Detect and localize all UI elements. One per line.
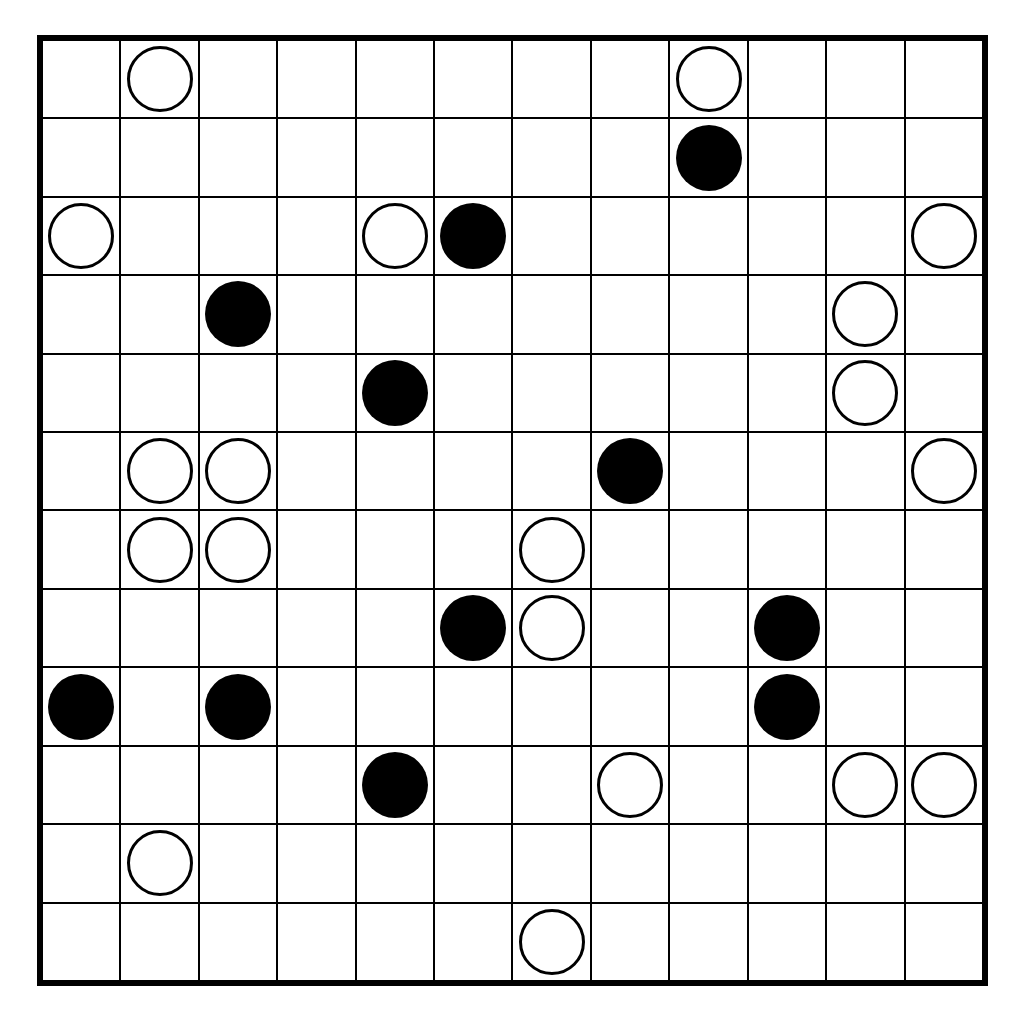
cell-r1c5[interactable] bbox=[357, 41, 433, 117]
cell-r2c2[interactable] bbox=[121, 119, 197, 195]
cell-r7c11[interactable] bbox=[827, 511, 903, 587]
cell-r8c10[interactable] bbox=[749, 590, 825, 666]
cell-r2c8[interactable] bbox=[592, 119, 668, 195]
white-circle bbox=[676, 46, 742, 112]
cell-r7c10[interactable] bbox=[749, 511, 825, 587]
cell-r8c12[interactable] bbox=[906, 590, 982, 666]
cell-r11c11[interactable] bbox=[827, 825, 903, 901]
white-circle bbox=[832, 360, 898, 426]
white-circle bbox=[832, 752, 898, 818]
cell-r3c11[interactable] bbox=[827, 198, 903, 274]
masyu-board bbox=[37, 35, 988, 986]
cell-r3c8[interactable] bbox=[592, 198, 668, 274]
cell-r2c3[interactable] bbox=[200, 119, 276, 195]
cell-r4c9[interactable] bbox=[670, 276, 746, 352]
white-circle bbox=[519, 909, 585, 975]
cell-r6c12[interactable] bbox=[906, 433, 982, 509]
white-circle bbox=[519, 595, 585, 661]
cell-r11c3[interactable] bbox=[200, 825, 276, 901]
cell-r4c4[interactable] bbox=[278, 276, 354, 352]
black-circle bbox=[597, 438, 663, 504]
cell-r10c12[interactable] bbox=[906, 747, 982, 823]
cell-r12c1[interactable] bbox=[43, 904, 119, 980]
cell-r8c5[interactable] bbox=[357, 590, 433, 666]
cell-r5c10[interactable] bbox=[749, 355, 825, 431]
cell-r7c7[interactable] bbox=[513, 511, 589, 587]
cell-r7c9[interactable] bbox=[670, 511, 746, 587]
cell-r10c11[interactable] bbox=[827, 747, 903, 823]
cell-r1c2[interactable] bbox=[121, 41, 197, 117]
cell-r1c6[interactable] bbox=[435, 41, 511, 117]
cell-r7c5[interactable] bbox=[357, 511, 433, 587]
cell-r5c4[interactable] bbox=[278, 355, 354, 431]
black-circle bbox=[205, 674, 271, 740]
cell-r3c4[interactable] bbox=[278, 198, 354, 274]
cell-r3c10[interactable] bbox=[749, 198, 825, 274]
white-circle bbox=[48, 203, 114, 269]
cell-r2c1[interactable] bbox=[43, 119, 119, 195]
cell-r10c3[interactable] bbox=[200, 747, 276, 823]
cell-r3c3[interactable] bbox=[200, 198, 276, 274]
cell-r1c10[interactable] bbox=[749, 41, 825, 117]
cell-r6c1[interactable] bbox=[43, 433, 119, 509]
cell-r7c2[interactable] bbox=[121, 511, 197, 587]
cell-r4c7[interactable] bbox=[513, 276, 589, 352]
cell-r2c7[interactable] bbox=[513, 119, 589, 195]
cell-r7c4[interactable] bbox=[278, 511, 354, 587]
cell-r7c6[interactable] bbox=[435, 511, 511, 587]
cell-r8c8[interactable] bbox=[592, 590, 668, 666]
black-circle bbox=[440, 203, 506, 269]
cell-r11c8[interactable] bbox=[592, 825, 668, 901]
cell-r12c7[interactable] bbox=[513, 904, 589, 980]
white-circle bbox=[597, 752, 663, 818]
cell-r2c9[interactable] bbox=[670, 119, 746, 195]
cell-r7c8[interactable] bbox=[592, 511, 668, 587]
cell-r9c6[interactable] bbox=[435, 668, 511, 744]
cell-r3c2[interactable] bbox=[121, 198, 197, 274]
cell-r8c7[interactable] bbox=[513, 590, 589, 666]
cell-r12c9[interactable] bbox=[670, 904, 746, 980]
cell-r4c10[interactable] bbox=[749, 276, 825, 352]
black-circle bbox=[362, 360, 428, 426]
cell-r10c4[interactable] bbox=[278, 747, 354, 823]
cell-r10c1[interactable] bbox=[43, 747, 119, 823]
cell-r4c8[interactable] bbox=[592, 276, 668, 352]
cell-r5c2[interactable] bbox=[121, 355, 197, 431]
cell-r11c1[interactable] bbox=[43, 825, 119, 901]
black-circle bbox=[205, 281, 271, 347]
cell-r4c5[interactable] bbox=[357, 276, 433, 352]
cell-r5c3[interactable] bbox=[200, 355, 276, 431]
cell-r8c11[interactable] bbox=[827, 590, 903, 666]
cell-r9c10[interactable] bbox=[749, 668, 825, 744]
cell-r12c2[interactable] bbox=[121, 904, 197, 980]
cell-r3c6[interactable] bbox=[435, 198, 511, 274]
cell-r12c8[interactable] bbox=[592, 904, 668, 980]
cell-r4c3[interactable] bbox=[200, 276, 276, 352]
cell-r1c7[interactable] bbox=[513, 41, 589, 117]
cell-r9c3[interactable] bbox=[200, 668, 276, 744]
cell-r2c4[interactable] bbox=[278, 119, 354, 195]
cell-r5c11[interactable] bbox=[827, 355, 903, 431]
cell-r9c2[interactable] bbox=[121, 668, 197, 744]
cell-r5c9[interactable] bbox=[670, 355, 746, 431]
white-circle bbox=[205, 438, 271, 504]
cell-r2c10[interactable] bbox=[749, 119, 825, 195]
cell-r5c6[interactable] bbox=[435, 355, 511, 431]
white-circle bbox=[519, 517, 585, 583]
cell-r6c8[interactable] bbox=[592, 433, 668, 509]
black-circle bbox=[48, 674, 114, 740]
cell-r6c3[interactable] bbox=[200, 433, 276, 509]
white-circle bbox=[205, 517, 271, 583]
cell-r11c4[interactable] bbox=[278, 825, 354, 901]
cell-r7c3[interactable] bbox=[200, 511, 276, 587]
cell-r8c3[interactable] bbox=[200, 590, 276, 666]
cell-r3c5[interactable] bbox=[357, 198, 433, 274]
cell-r6c4[interactable] bbox=[278, 433, 354, 509]
black-circle bbox=[440, 595, 506, 661]
cell-r5c8[interactable] bbox=[592, 355, 668, 431]
cell-r9c1[interactable] bbox=[43, 668, 119, 744]
cell-r10c5[interactable] bbox=[357, 747, 433, 823]
cell-r2c11[interactable] bbox=[827, 119, 903, 195]
cell-r5c7[interactable] bbox=[513, 355, 589, 431]
white-circle bbox=[362, 203, 428, 269]
cell-r4c11[interactable] bbox=[827, 276, 903, 352]
cell-r5c5[interactable] bbox=[357, 355, 433, 431]
cell-r8c4[interactable] bbox=[278, 590, 354, 666]
white-circle bbox=[127, 830, 193, 896]
cell-r9c9[interactable] bbox=[670, 668, 746, 744]
cell-r8c2[interactable] bbox=[121, 590, 197, 666]
cell-r3c12[interactable] bbox=[906, 198, 982, 274]
cell-r1c1[interactable] bbox=[43, 41, 119, 117]
cell-r9c11[interactable] bbox=[827, 668, 903, 744]
cell-r11c6[interactable] bbox=[435, 825, 511, 901]
cell-r11c10[interactable] bbox=[749, 825, 825, 901]
puzzle-page bbox=[0, 0, 1024, 1024]
cell-r6c2[interactable] bbox=[121, 433, 197, 509]
cell-r8c9[interactable] bbox=[670, 590, 746, 666]
white-circle bbox=[127, 517, 193, 583]
cell-r9c7[interactable] bbox=[513, 668, 589, 744]
cell-r2c6[interactable] bbox=[435, 119, 511, 195]
cell-r10c2[interactable] bbox=[121, 747, 197, 823]
cell-r11c12[interactable] bbox=[906, 825, 982, 901]
white-circle bbox=[832, 281, 898, 347]
cell-r6c5[interactable] bbox=[357, 433, 433, 509]
cell-r9c4[interactable] bbox=[278, 668, 354, 744]
cell-r10c8[interactable] bbox=[592, 747, 668, 823]
cell-r12c11[interactable] bbox=[827, 904, 903, 980]
black-circle bbox=[362, 752, 428, 818]
cell-r3c7[interactable] bbox=[513, 198, 589, 274]
cell-r1c3[interactable] bbox=[200, 41, 276, 117]
cell-r11c5[interactable] bbox=[357, 825, 433, 901]
cell-r3c9[interactable] bbox=[670, 198, 746, 274]
cell-r12c6[interactable] bbox=[435, 904, 511, 980]
cell-r10c6[interactable] bbox=[435, 747, 511, 823]
cell-r1c11[interactable] bbox=[827, 41, 903, 117]
cell-r1c8[interactable] bbox=[592, 41, 668, 117]
black-circle bbox=[754, 674, 820, 740]
cell-r6c7[interactable] bbox=[513, 433, 589, 509]
cell-r1c12[interactable] bbox=[906, 41, 982, 117]
cell-r9c8[interactable] bbox=[592, 668, 668, 744]
black-circle bbox=[676, 125, 742, 191]
cell-r12c5[interactable] bbox=[357, 904, 433, 980]
cell-r6c10[interactable] bbox=[749, 433, 825, 509]
cell-r4c6[interactable] bbox=[435, 276, 511, 352]
cell-r3c1[interactable] bbox=[43, 198, 119, 274]
cell-r6c9[interactable] bbox=[670, 433, 746, 509]
cell-r11c2[interactable] bbox=[121, 825, 197, 901]
cell-r10c10[interactable] bbox=[749, 747, 825, 823]
cell-r9c12[interactable] bbox=[906, 668, 982, 744]
cell-r4c12[interactable] bbox=[906, 276, 982, 352]
cell-r7c12[interactable] bbox=[906, 511, 982, 587]
cell-r12c3[interactable] bbox=[200, 904, 276, 980]
cell-r2c5[interactable] bbox=[357, 119, 433, 195]
cell-r7c1[interactable] bbox=[43, 511, 119, 587]
cell-r9c5[interactable] bbox=[357, 668, 433, 744]
cell-r4c2[interactable] bbox=[121, 276, 197, 352]
cell-r5c12[interactable] bbox=[906, 355, 982, 431]
cell-r2c12[interactable] bbox=[906, 119, 982, 195]
cell-r6c11[interactable] bbox=[827, 433, 903, 509]
black-circle bbox=[754, 595, 820, 661]
cell-r12c12[interactable] bbox=[906, 904, 982, 980]
cell-r1c4[interactable] bbox=[278, 41, 354, 117]
white-circle bbox=[127, 46, 193, 112]
cell-r11c7[interactable] bbox=[513, 825, 589, 901]
cell-r12c4[interactable] bbox=[278, 904, 354, 980]
cell-r6c6[interactable] bbox=[435, 433, 511, 509]
cell-r4c1[interactable] bbox=[43, 276, 119, 352]
white-circle bbox=[911, 752, 977, 818]
white-circle bbox=[911, 203, 977, 269]
cell-r8c1[interactable] bbox=[43, 590, 119, 666]
white-circle bbox=[127, 438, 193, 504]
cell-r1c9[interactable] bbox=[670, 41, 746, 117]
cell-r10c7[interactable] bbox=[513, 747, 589, 823]
white-circle bbox=[911, 438, 977, 504]
cell-r10c9[interactable] bbox=[670, 747, 746, 823]
cell-r12c10[interactable] bbox=[749, 904, 825, 980]
cell-r11c9[interactable] bbox=[670, 825, 746, 901]
cell-r5c1[interactable] bbox=[43, 355, 119, 431]
cell-r8c6[interactable] bbox=[435, 590, 511, 666]
